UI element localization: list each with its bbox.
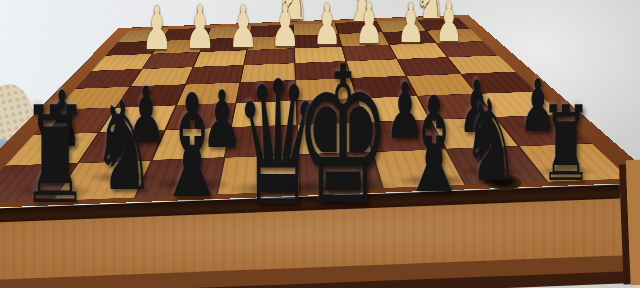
black-rook-right[interactable]: ♜ (540, 92, 593, 196)
black-bishop-right[interactable]: ♝ (400, 80, 467, 212)
white-pawn[interactable]: ♟ (142, 0, 172, 58)
white-pawn[interactable]: ♟ (397, 0, 425, 51)
white-pawn[interactable]: ♟ (185, 0, 215, 57)
chess-photo-scene: ♞♝♞♟♟♟♟♟♟♟♟♟♟♟♟♟♟♜♞♝♛♚♝♞♜ (0, 0, 640, 288)
black-knight-right[interactable]: ♞ (462, 86, 519, 199)
black-knight-left[interactable]: ♞ (93, 85, 156, 208)
white-pawn[interactable]: ♟ (435, 0, 463, 50)
pieces-layer: ♞♝♞♟♟♟♟♟♟♟♟♟♟♟♟♟♟♜♞♝♛♚♝♞♜ (0, 0, 640, 288)
black-rook-left[interactable]: ♜ (21, 89, 89, 223)
black-king[interactable]: ♚ (295, 42, 392, 232)
black-bishop-left[interactable]: ♝ (156, 77, 229, 220)
